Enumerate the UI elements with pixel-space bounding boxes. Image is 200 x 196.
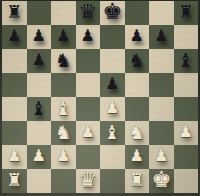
square-b2[interactable]: ♟ xyxy=(27,145,52,169)
square-c2[interactable]: ♟ xyxy=(51,145,76,169)
piece-white-pawn: ♟ xyxy=(130,148,144,164)
square-d2[interactable] xyxy=(76,145,101,169)
square-d6[interactable] xyxy=(76,49,101,73)
piece-white-knight: ♞ xyxy=(128,123,145,142)
square-h4[interactable] xyxy=(174,97,199,121)
piece-white-rook: ♜ xyxy=(6,171,22,189)
piece-white-pawn: ♟ xyxy=(154,148,168,164)
square-d5[interactable] xyxy=(76,73,101,97)
piece-black-rook: ♜ xyxy=(178,3,194,21)
square-f2[interactable]: ♟ xyxy=(125,145,150,169)
square-e1[interactable] xyxy=(100,169,125,193)
piece-white-bishop: ♝ xyxy=(104,123,121,142)
square-g2[interactable]: ♟ xyxy=(149,145,174,169)
piece-black-pawn: ♟ xyxy=(154,28,168,44)
square-a4[interactable] xyxy=(2,97,27,121)
square-f5[interactable] xyxy=(125,73,150,97)
square-f7[interactable]: ♟ xyxy=(125,25,150,49)
square-g8[interactable] xyxy=(149,1,174,25)
piece-black-pawn: ♟ xyxy=(7,28,21,44)
square-e3[interactable]: ♝ xyxy=(100,121,125,145)
square-c1[interactable] xyxy=(51,169,76,193)
square-c3[interactable]: ♞ xyxy=(51,121,76,145)
piece-black-knight: ♞ xyxy=(55,51,72,70)
square-c8[interactable] xyxy=(51,1,76,25)
square-a1[interactable]: ♜ xyxy=(2,169,27,193)
square-h3[interactable]: ♟ xyxy=(174,121,199,145)
square-e4[interactable]: ♟ xyxy=(100,97,125,121)
square-b4[interactable]: ♝ xyxy=(27,97,52,121)
square-c7[interactable]: ♟ xyxy=(51,25,76,49)
square-a5[interactable] xyxy=(2,73,27,97)
piece-black-rook: ♜ xyxy=(6,3,22,21)
square-b6[interactable]: ♟ xyxy=(27,49,52,73)
piece-black-pawn: ♟ xyxy=(130,28,144,44)
square-e8[interactable]: ♚ xyxy=(100,1,125,25)
square-b8[interactable] xyxy=(27,1,52,25)
piece-white-pawn: ♟ xyxy=(179,124,193,140)
square-d1[interactable]: ♛ xyxy=(76,169,101,193)
square-b5[interactable] xyxy=(27,73,52,97)
square-d4[interactable] xyxy=(76,97,101,121)
square-g5[interactable] xyxy=(149,73,174,97)
square-g6[interactable] xyxy=(149,49,174,73)
square-d8[interactable]: ♛ xyxy=(76,1,101,25)
piece-white-pawn: ♟ xyxy=(81,124,95,140)
piece-white-king: ♚ xyxy=(151,169,171,191)
square-e7[interactable] xyxy=(100,25,125,49)
square-d7[interactable]: ♟ xyxy=(76,25,101,49)
chess-board-frame: ♜♛♚♜♟♟♟♟♟♟♟♞♞♝♟♝♝♟♞♟♝♞♟♟♟♟♟♟♜♛♜♚ xyxy=(0,0,200,196)
piece-white-pawn: ♟ xyxy=(7,148,21,164)
square-e5[interactable]: ♟ xyxy=(100,73,125,97)
square-g7[interactable]: ♟ xyxy=(149,25,174,49)
square-g3[interactable] xyxy=(149,121,174,145)
square-b3[interactable] xyxy=(27,121,52,145)
piece-white-rook: ♜ xyxy=(129,171,145,189)
piece-white-knight: ♞ xyxy=(55,123,72,142)
square-e2[interactable] xyxy=(100,145,125,169)
square-f4[interactable] xyxy=(125,97,150,121)
square-e6[interactable] xyxy=(100,49,125,73)
square-f8[interactable] xyxy=(125,1,150,25)
piece-white-bishop: ♝ xyxy=(55,99,72,118)
piece-black-king: ♚ xyxy=(102,1,122,23)
piece-black-pawn: ♟ xyxy=(81,28,95,44)
square-d3[interactable]: ♟ xyxy=(76,121,101,145)
square-h6[interactable]: ♝ xyxy=(174,49,199,73)
piece-white-pawn: ♟ xyxy=(105,100,119,116)
piece-black-bishop: ♝ xyxy=(30,99,47,118)
piece-white-queen: ♛ xyxy=(78,170,97,191)
square-b7[interactable]: ♟ xyxy=(27,25,52,49)
piece-black-pawn: ♟ xyxy=(32,28,46,44)
square-c6[interactable]: ♞ xyxy=(51,49,76,73)
square-h7[interactable] xyxy=(174,25,199,49)
square-h8[interactable]: ♜ xyxy=(174,1,199,25)
square-f6[interactable]: ♞ xyxy=(125,49,150,73)
square-g1[interactable]: ♚ xyxy=(149,169,174,193)
square-a2[interactable]: ♟ xyxy=(2,145,27,169)
square-g4[interactable] xyxy=(149,97,174,121)
piece-white-pawn: ♟ xyxy=(32,148,46,164)
square-f3[interactable]: ♞ xyxy=(125,121,150,145)
square-a7[interactable]: ♟ xyxy=(2,25,27,49)
square-b1[interactable] xyxy=(27,169,52,193)
square-h2[interactable] xyxy=(174,145,199,169)
square-c4[interactable]: ♝ xyxy=(51,97,76,121)
square-c5[interactable] xyxy=(51,73,76,97)
square-h1[interactable] xyxy=(174,169,199,193)
piece-black-pawn: ♟ xyxy=(32,52,46,68)
piece-black-knight: ♞ xyxy=(128,51,145,70)
square-a3[interactable] xyxy=(2,121,27,145)
square-a6[interactable] xyxy=(2,49,27,73)
piece-black-bishop: ♝ xyxy=(177,51,194,70)
piece-black-queen: ♛ xyxy=(78,2,97,23)
piece-white-pawn: ♟ xyxy=(56,148,70,164)
square-h5[interactable] xyxy=(174,73,199,97)
piece-black-pawn: ♟ xyxy=(105,76,119,92)
chess-board: ♜♛♚♜♟♟♟♟♟♟♟♞♞♝♟♝♝♟♞♟♝♞♟♟♟♟♟♟♜♛♜♚ xyxy=(2,1,198,193)
square-a8[interactable]: ♜ xyxy=(2,1,27,25)
piece-black-pawn: ♟ xyxy=(56,28,70,44)
square-f1[interactable]: ♜ xyxy=(125,169,150,193)
